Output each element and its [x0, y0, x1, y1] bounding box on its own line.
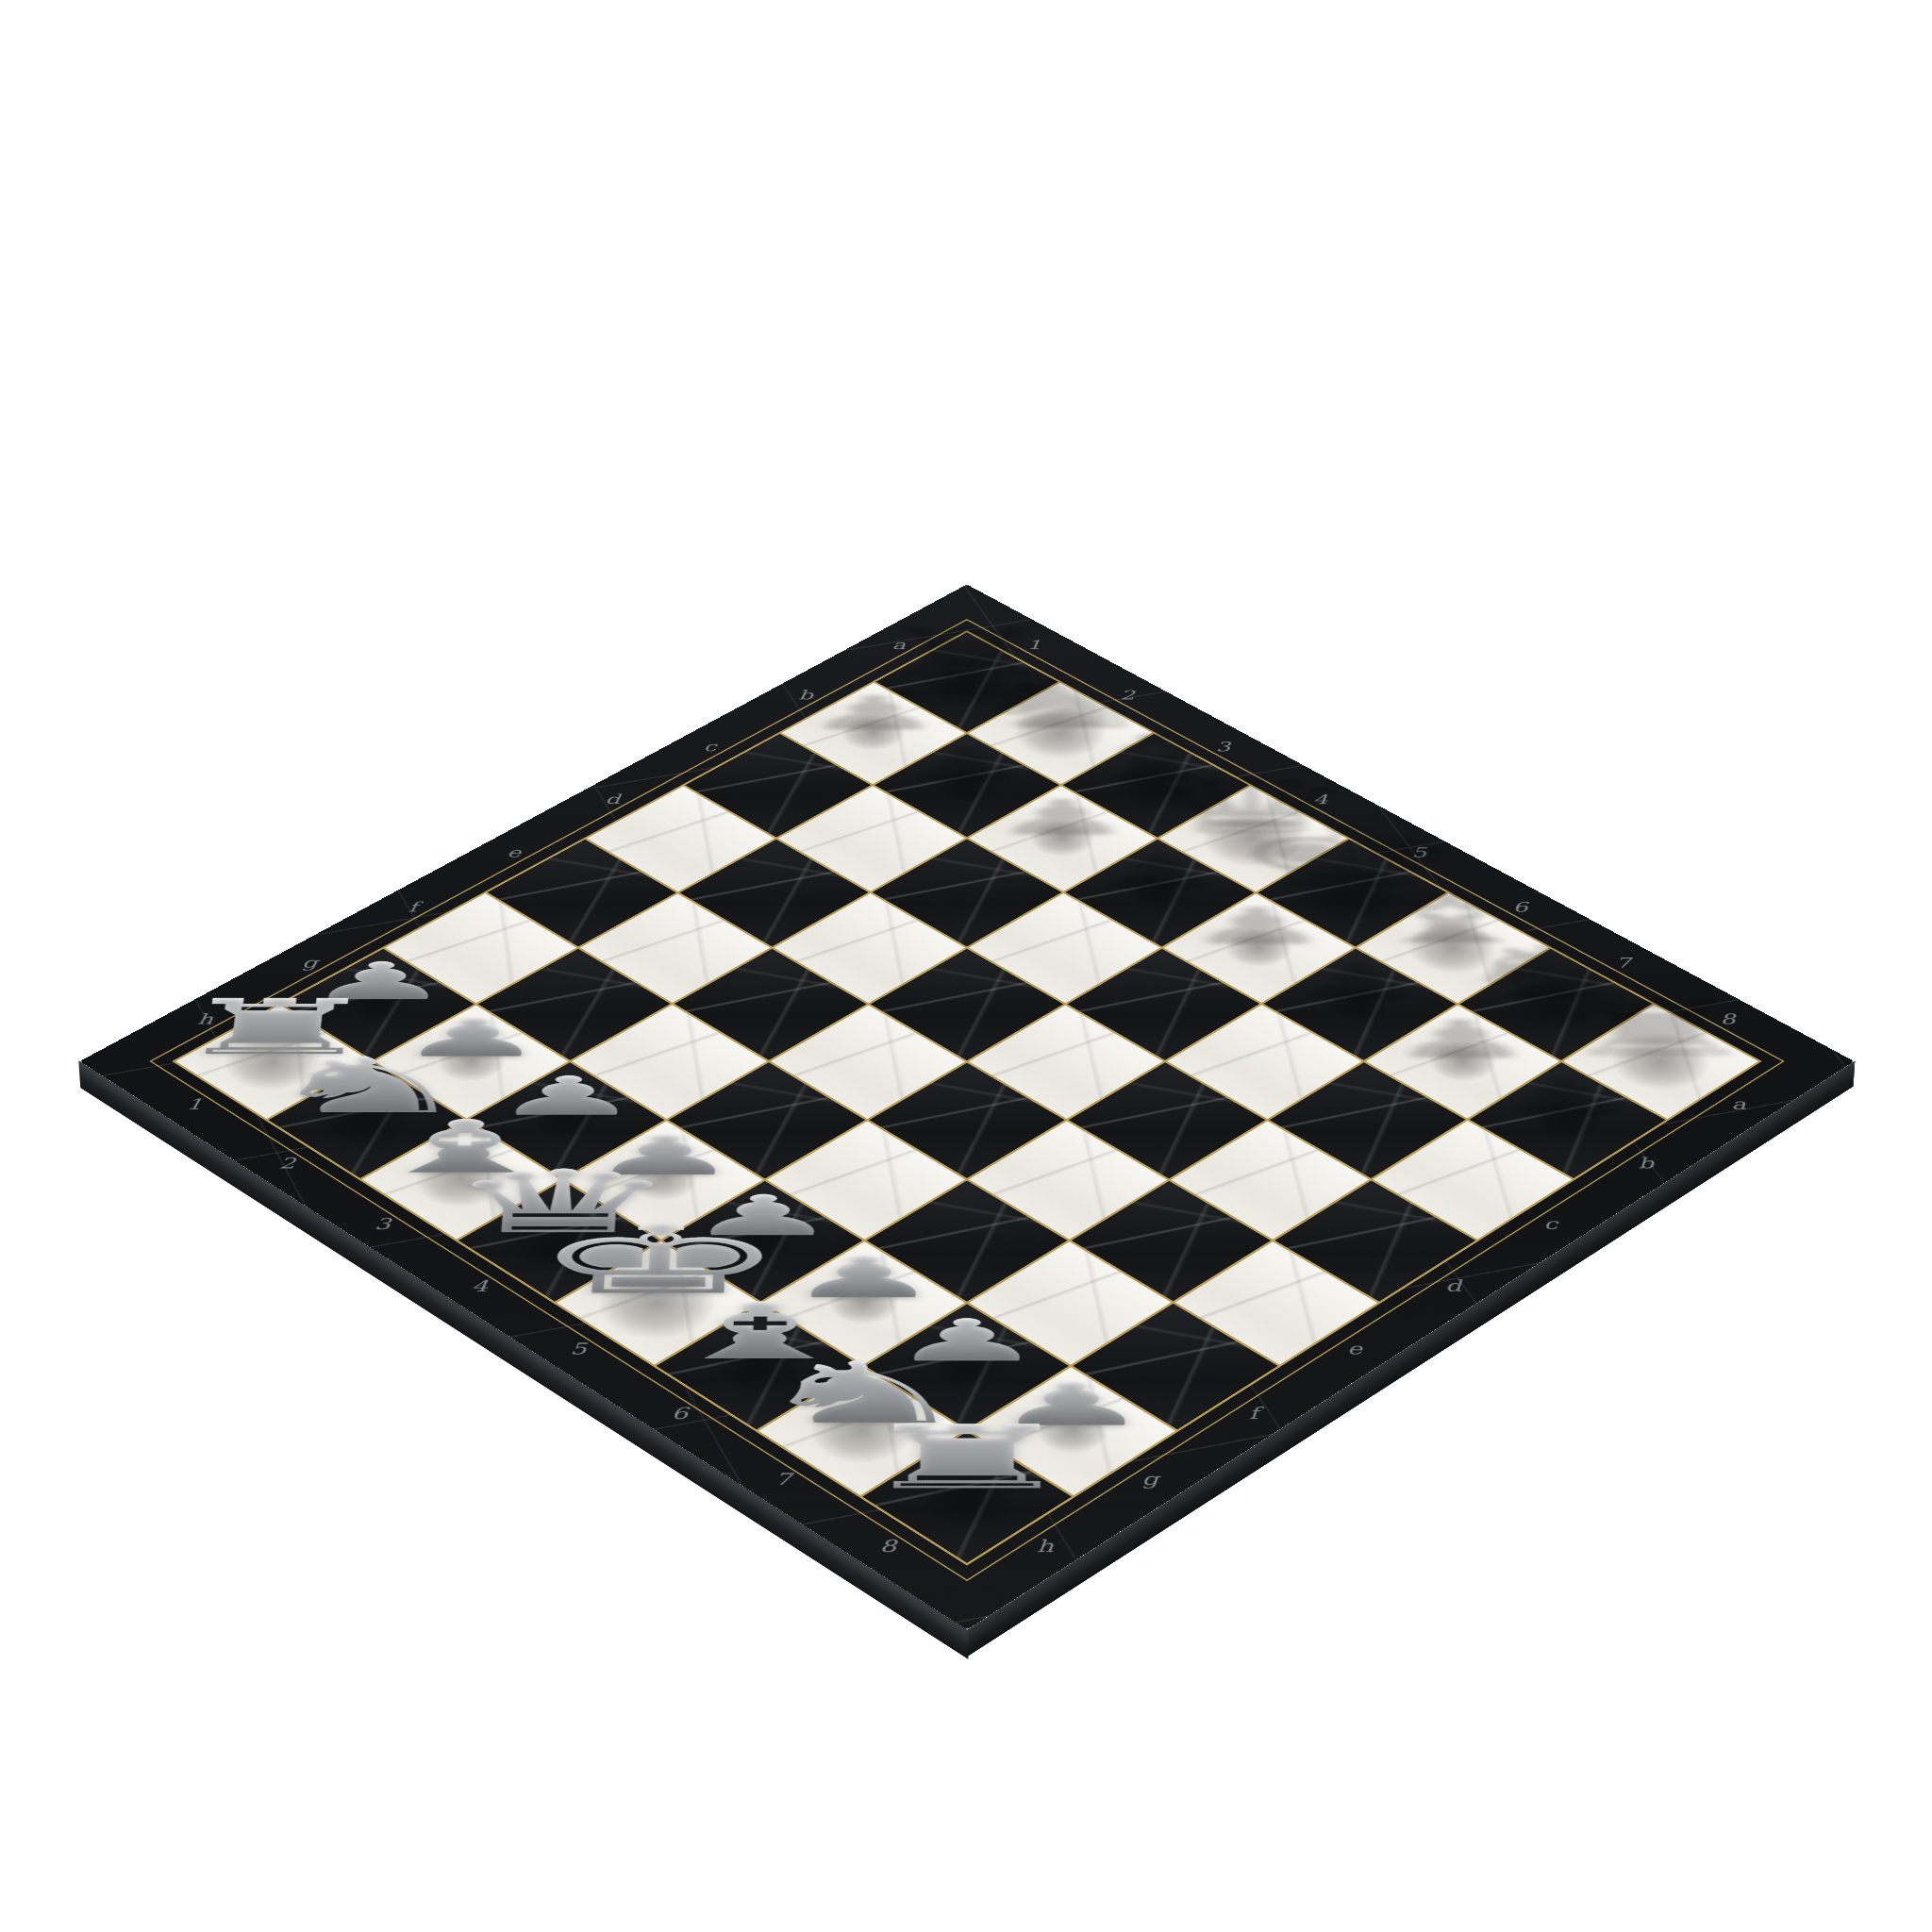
border-label-g: g: [1141, 1470, 1159, 1489]
square-e3: [767, 1121, 965, 1239]
square-f4: [969, 1121, 1167, 1239]
square-h1: [863, 1432, 1072, 1563]
gold-pawn-glyph: ♟: [1086, 845, 1233, 895]
chessboard: 11aa22bb33cc44dd55ee66ff77gg88hh ♜♞♝♛♚♝♞…: [80, 585, 1855, 1630]
square-d3: [669, 1062, 865, 1178]
border-label-e: e: [1346, 1340, 1363, 1357]
gold-pawn-glyph: ♟: [1282, 955, 1434, 1007]
square-f5: [1069, 1062, 1265, 1178]
border-label-c: c: [703, 740, 717, 755]
square-d1: [458, 1181, 658, 1302]
square-h5: [1275, 1181, 1475, 1302]
gold-pawn-glyph: ♟: [1183, 900, 1333, 951]
border-label-2: 2: [278, 1155, 297, 1172]
square-d2: [564, 1121, 762, 1239]
border-label-f: f: [408, 899, 419, 915]
square-f2: [762, 1241, 964, 1364]
border-label-f: f: [1248, 1404, 1259, 1423]
square-f1: [657, 1304, 861, 1429]
border-label-e: e: [507, 845, 523, 860]
square-h2: [969, 1367, 1175, 1495]
gold-pawn-glyph: ♟: [1384, 1011, 1539, 1064]
gold-pawn-glyph: ♟: [990, 792, 1135, 841]
scene: 11aa22bb33cc44dd55ee66ff77gg88hh ♜♞♝♛♚♝♞…: [0, 0, 1932, 1932]
gold-pawn-glyph: ♟: [895, 740, 1039, 788]
border-label-3: 3: [374, 1215, 392, 1233]
gold-rook-glyph: ♜: [1544, 990, 1771, 1066]
square-g1: [758, 1367, 965, 1495]
square-h3: [1074, 1304, 1278, 1429]
border-label-7: 7: [774, 1470, 791, 1489]
border-label-h: h: [1037, 1537, 1055, 1557]
border-label-b: b: [1637, 1155, 1656, 1172]
border-label-1: 1: [186, 1095, 205, 1112]
square-e2: [662, 1181, 862, 1302]
gold-pawn-glyph: ♟: [802, 689, 944, 736]
border-label-d: d: [1444, 1277, 1463, 1295]
square-f3: [867, 1181, 1067, 1302]
square-h4: [1175, 1241, 1377, 1364]
square-e4: [869, 1062, 1065, 1178]
border-label-8: 8: [879, 1537, 897, 1557]
border-label-c: c: [1542, 1215, 1559, 1233]
border-label-4: 4: [471, 1277, 490, 1295]
border-label-a: a: [1730, 1095, 1748, 1112]
border-label-6: 6: [671, 1404, 689, 1423]
square-e1: [557, 1241, 758, 1364]
border-label-5: 5: [570, 1340, 589, 1357]
product-photo-canvas: 11aa22bb33cc44dd55ee66ff77gg88hh ♜♞♝♛♚♝♞…: [0, 0, 1932, 1932]
border-label-d: d: [605, 791, 622, 807]
